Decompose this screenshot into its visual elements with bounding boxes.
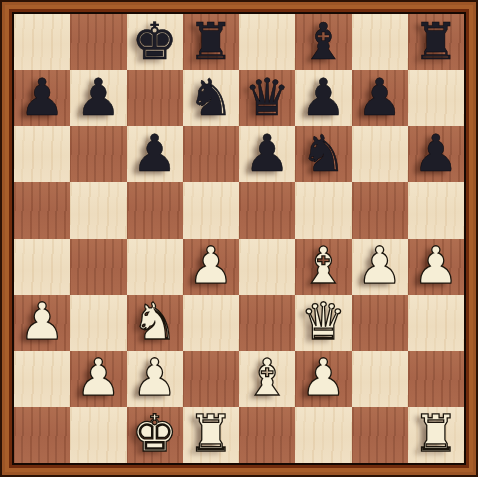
square-a6[interactable] (14, 126, 70, 182)
piece-white-pawn-f2[interactable]: ♟ (301, 352, 347, 403)
square-h7[interactable] (408, 70, 464, 126)
square-a2[interactable] (14, 351, 70, 407)
square-e7[interactable]: ♛ (239, 70, 295, 126)
piece-black-pawn-e6[interactable]: ♟ (244, 128, 290, 179)
square-g4[interactable]: ♟ (352, 239, 408, 295)
square-c4[interactable] (127, 239, 183, 295)
square-b7[interactable]: ♟ (70, 70, 126, 126)
piece-black-knight-f6[interactable]: ♞ (301, 128, 347, 179)
piece-black-pawn-b7[interactable]: ♟ (76, 72, 122, 123)
square-d5[interactable] (183, 182, 239, 238)
square-a3[interactable]: ♟ (14, 295, 70, 351)
square-h8[interactable]: ♜ (408, 14, 464, 70)
piece-black-knight-d7[interactable]: ♞ (188, 72, 234, 123)
square-b8[interactable] (70, 14, 126, 70)
piece-white-pawn-c2[interactable]: ♟ (132, 352, 178, 403)
piece-white-queen-f3[interactable]: ♛ (301, 296, 347, 347)
piece-black-pawn-h6[interactable]: ♟ (413, 128, 459, 179)
square-d7[interactable]: ♞ (183, 70, 239, 126)
piece-white-king-c1[interactable]: ♚ (132, 408, 178, 459)
piece-white-bishop-f4[interactable]: ♝ (301, 240, 347, 291)
square-a1[interactable] (14, 407, 70, 463)
piece-black-pawn-a7[interactable]: ♟ (19, 72, 65, 123)
square-h3[interactable] (408, 295, 464, 351)
piece-white-rook-d1[interactable]: ♜ (188, 408, 234, 459)
piece-white-rook-h1[interactable]: ♜ (413, 408, 459, 459)
square-h1[interactable]: ♜ (408, 407, 464, 463)
piece-white-bishop-e2[interactable]: ♝ (244, 352, 290, 403)
square-e8[interactable] (239, 14, 295, 70)
piece-white-pawn-g4[interactable]: ♟ (357, 240, 403, 291)
piece-white-pawn-h4[interactable]: ♟ (413, 240, 459, 291)
square-b3[interactable] (70, 295, 126, 351)
square-e2[interactable]: ♝ (239, 351, 295, 407)
square-g7[interactable]: ♟ (352, 70, 408, 126)
square-c1[interactable]: ♚ (127, 407, 183, 463)
square-g8[interactable] (352, 14, 408, 70)
square-c8[interactable]: ♚ (127, 14, 183, 70)
square-f1[interactable] (295, 407, 351, 463)
square-f5[interactable] (295, 182, 351, 238)
square-d2[interactable] (183, 351, 239, 407)
square-a8[interactable] (14, 14, 70, 70)
chess-board: ♚♜♝♜♟♟♞♛♟♟♟♟♞♟♟♝♟♟♟♞♛♟♟♝♟♚♜♜ (14, 14, 464, 463)
square-b1[interactable] (70, 407, 126, 463)
square-d6[interactable] (183, 126, 239, 182)
square-b4[interactable] (70, 239, 126, 295)
square-g2[interactable] (352, 351, 408, 407)
square-e5[interactable] (239, 182, 295, 238)
piece-black-queen-e7[interactable]: ♛ (244, 72, 290, 123)
square-e6[interactable]: ♟ (239, 126, 295, 182)
square-d4[interactable]: ♟ (183, 239, 239, 295)
square-e3[interactable] (239, 295, 295, 351)
square-f2[interactable]: ♟ (295, 351, 351, 407)
square-b5[interactable] (70, 182, 126, 238)
square-f6[interactable]: ♞ (295, 126, 351, 182)
piece-black-rook-h8[interactable]: ♜ (413, 16, 459, 67)
piece-white-pawn-a3[interactable]: ♟ (19, 296, 65, 347)
square-a5[interactable] (14, 182, 70, 238)
square-g3[interactable] (352, 295, 408, 351)
square-a7[interactable]: ♟ (14, 70, 70, 126)
square-c2[interactable]: ♟ (127, 351, 183, 407)
square-d3[interactable] (183, 295, 239, 351)
square-g1[interactable] (352, 407, 408, 463)
chess-app-window: ♚♜♝♜♟♟♞♛♟♟♟♟♞♟♟♝♟♟♟♞♛♟♟♝♟♚♜♜ (0, 0, 478, 477)
piece-black-rook-d8[interactable]: ♜ (188, 16, 234, 67)
piece-white-pawn-b2[interactable]: ♟ (76, 352, 122, 403)
square-h6[interactable]: ♟ (408, 126, 464, 182)
piece-black-pawn-g7[interactable]: ♟ (357, 72, 403, 123)
square-b2[interactable]: ♟ (70, 351, 126, 407)
piece-black-king-c8[interactable]: ♚ (132, 16, 178, 67)
square-c7[interactable] (127, 70, 183, 126)
square-h4[interactable]: ♟ (408, 239, 464, 295)
square-f8[interactable]: ♝ (295, 14, 351, 70)
square-e1[interactable] (239, 407, 295, 463)
square-d1[interactable]: ♜ (183, 407, 239, 463)
piece-black-pawn-f7[interactable]: ♟ (301, 72, 347, 123)
piece-white-knight-c3[interactable]: ♞ (132, 296, 178, 347)
square-d8[interactable]: ♜ (183, 14, 239, 70)
square-c5[interactable] (127, 182, 183, 238)
piece-white-pawn-d4[interactable]: ♟ (188, 240, 234, 291)
square-c3[interactable]: ♞ (127, 295, 183, 351)
piece-black-pawn-c6[interactable]: ♟ (132, 128, 178, 179)
square-h2[interactable] (408, 351, 464, 407)
square-c6[interactable]: ♟ (127, 126, 183, 182)
square-g5[interactable] (352, 182, 408, 238)
square-e4[interactable] (239, 239, 295, 295)
square-a4[interactable] (14, 239, 70, 295)
piece-black-bishop-f8[interactable]: ♝ (301, 16, 347, 67)
square-g6[interactable] (352, 126, 408, 182)
square-f3[interactable]: ♛ (295, 295, 351, 351)
square-b6[interactable] (70, 126, 126, 182)
square-f4[interactable]: ♝ (295, 239, 351, 295)
square-f7[interactable]: ♟ (295, 70, 351, 126)
square-h5[interactable] (408, 182, 464, 238)
